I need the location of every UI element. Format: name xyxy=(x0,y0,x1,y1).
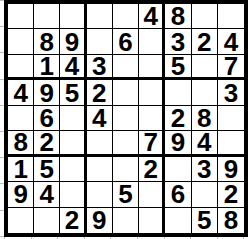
given-digit: 4 xyxy=(13,80,27,105)
given-digit: 8 xyxy=(171,4,185,29)
cell-r1c8[interactable] xyxy=(192,4,218,29)
gridline-stub xyxy=(110,237,111,239)
cell-r9c4: 9 xyxy=(87,208,113,233)
cell-r7c8: 3 xyxy=(192,157,218,182)
cell-r8c3[interactable] xyxy=(60,182,86,207)
given-digit: 4 xyxy=(143,4,157,29)
given-digit: 2 xyxy=(197,29,211,54)
cell-r8c4[interactable] xyxy=(87,182,113,207)
given-digit: 7 xyxy=(224,55,238,79)
gridline-stub xyxy=(0,79,4,80)
given-digit: 4 xyxy=(65,55,79,79)
gridline-stub xyxy=(31,237,32,239)
cell-r4c7[interactable] xyxy=(165,80,191,105)
given-digit: 6 xyxy=(171,182,185,207)
cell-r2c6[interactable] xyxy=(139,29,165,54)
gridline-stub xyxy=(0,210,4,211)
cell-r5c6[interactable] xyxy=(139,106,165,131)
cell-r3c2: 1 xyxy=(34,55,60,80)
cell-r3c1[interactable] xyxy=(8,55,34,80)
cell-r1c9[interactable] xyxy=(218,4,244,29)
cell-r1c4[interactable] xyxy=(87,4,113,29)
cell-r7c1: 1 xyxy=(8,157,34,182)
given-digit: 2 xyxy=(143,157,157,182)
given-digit: 3 xyxy=(197,157,211,182)
cell-r8c5: 5 xyxy=(113,182,139,207)
cell-r1c1[interactable] xyxy=(8,4,34,29)
cell-r2c2: 8 xyxy=(34,29,60,54)
given-digit: 3 xyxy=(171,29,185,54)
given-digit: 2 xyxy=(171,106,185,131)
cell-r4c5[interactable] xyxy=(113,80,139,105)
given-digit: 8 xyxy=(13,131,27,155)
cell-r7c4[interactable] xyxy=(87,157,113,182)
cell-r9c9: 8 xyxy=(218,208,244,233)
gridline-stub xyxy=(0,26,4,27)
given-digit: 1 xyxy=(40,55,54,79)
cell-r6c2: 2 xyxy=(34,131,60,156)
given-digit: 9 xyxy=(13,182,27,207)
cell-r5c1[interactable] xyxy=(8,106,34,131)
cell-r6c1: 8 xyxy=(8,131,34,156)
cell-r5c4: 4 xyxy=(87,106,113,131)
cell-r6c3[interactable] xyxy=(60,131,86,156)
gridline-stub xyxy=(0,52,4,53)
cell-r8c2: 4 xyxy=(34,182,60,207)
gridline-stub xyxy=(0,0,4,1)
given-digit: 6 xyxy=(40,106,54,131)
given-digit: 4 xyxy=(92,106,106,131)
cell-r8c7: 6 xyxy=(165,182,191,207)
given-digit: 5 xyxy=(65,80,79,105)
gridline-stub xyxy=(190,237,191,239)
cell-r4c6[interactable] xyxy=(139,80,165,105)
cell-r4c4: 2 xyxy=(87,80,113,105)
cell-r6c6: 7 xyxy=(139,131,165,156)
cell-r4c9: 3 xyxy=(218,80,244,105)
gridline-stub xyxy=(164,237,165,239)
cell-r6c7: 9 xyxy=(165,131,191,156)
cell-r4c2: 9 xyxy=(34,80,60,105)
gridline-stub xyxy=(0,131,4,132)
gridline-stub xyxy=(243,237,244,239)
cell-r3c3: 4 xyxy=(60,55,86,80)
cell-r9c7[interactable] xyxy=(165,208,191,233)
given-digit: 5 xyxy=(171,55,185,79)
cell-r1c7: 8 xyxy=(165,4,191,29)
sudoku-board: 4889632414357495236428827941523994562295… xyxy=(4,0,248,237)
cell-r2c7: 3 xyxy=(165,29,191,54)
given-digit: 2 xyxy=(92,80,106,105)
cell-r5c7: 2 xyxy=(165,106,191,131)
given-digit: 4 xyxy=(40,182,54,207)
cell-r7c6: 2 xyxy=(139,157,165,182)
gridline-stub xyxy=(0,157,4,158)
given-digit: 3 xyxy=(224,80,238,105)
given-digit: 8 xyxy=(40,29,54,54)
cell-r7c5[interactable] xyxy=(113,157,139,182)
given-digit: 2 xyxy=(65,208,79,233)
cell-r2c1[interactable] xyxy=(8,29,34,54)
cell-r2c8: 2 xyxy=(192,29,218,54)
given-digit: 5 xyxy=(197,208,211,233)
cell-r7c7[interactable] xyxy=(165,157,191,182)
cell-r3c7: 5 xyxy=(165,55,191,80)
cell-r1c2[interactable] xyxy=(34,4,60,29)
given-digit: 2 xyxy=(40,131,54,155)
given-digit: 8 xyxy=(224,208,238,233)
given-digit: 8 xyxy=(197,106,211,131)
given-digit: 3 xyxy=(92,55,106,79)
cell-r2c5: 6 xyxy=(113,29,139,54)
cell-r5c2: 6 xyxy=(34,106,60,131)
cell-r2c3: 9 xyxy=(60,29,86,54)
cell-r6c8: 4 xyxy=(192,131,218,156)
given-digit: 5 xyxy=(118,182,132,207)
cell-r8c6[interactable] xyxy=(139,182,165,207)
cell-r1c6: 4 xyxy=(139,4,165,29)
gridline-stub xyxy=(0,183,4,184)
given-digit: 9 xyxy=(92,208,106,233)
cell-r2c9: 4 xyxy=(218,29,244,54)
cell-r7c2: 5 xyxy=(34,157,60,182)
cell-r5c3[interactable] xyxy=(60,106,86,131)
given-digit: 9 xyxy=(40,80,54,105)
cell-r5c5[interactable] xyxy=(113,106,139,131)
cell-r4c8[interactable] xyxy=(192,80,218,105)
given-digit: 4 xyxy=(197,131,211,155)
cell-r9c2[interactable] xyxy=(34,208,60,233)
cell-r6c4[interactable] xyxy=(87,131,113,156)
given-digit: 9 xyxy=(171,131,185,155)
cell-r4c1: 4 xyxy=(8,80,34,105)
gridline-stub xyxy=(0,236,4,237)
given-digit: 2 xyxy=(224,182,238,207)
given-digit: 9 xyxy=(224,157,238,182)
cell-r8c9: 2 xyxy=(218,182,244,207)
cell-r5c8: 8 xyxy=(192,106,218,131)
cell-r9c8: 5 xyxy=(192,208,218,233)
cell-r4c3: 5 xyxy=(60,80,86,105)
cell-r6c9[interactable] xyxy=(218,131,244,156)
cell-r8c8[interactable] xyxy=(192,182,218,207)
cell-r3c6[interactable] xyxy=(139,55,165,80)
cell-r1c3[interactable] xyxy=(60,4,86,29)
cell-r9c6[interactable] xyxy=(139,208,165,233)
gridline-stub xyxy=(217,237,218,239)
cell-r1c5[interactable] xyxy=(113,4,139,29)
cell-r3c4: 3 xyxy=(87,55,113,80)
gridline-stub xyxy=(0,105,4,106)
given-digit: 9 xyxy=(65,29,79,54)
cell-r3c5[interactable] xyxy=(113,55,139,80)
given-digit: 1 xyxy=(13,157,27,182)
given-digit: 7 xyxy=(143,131,157,155)
cell-r3c9: 7 xyxy=(218,55,244,80)
cell-r9c1[interactable] xyxy=(8,208,34,233)
cell-r3c8[interactable] xyxy=(192,55,218,80)
gridline-stub xyxy=(57,237,58,239)
gridline-stub xyxy=(84,237,85,239)
cell-r5c9[interactable] xyxy=(218,106,244,131)
cell-r7c3[interactable] xyxy=(60,157,86,182)
given-digit: 4 xyxy=(224,29,238,54)
cell-r2c4[interactable] xyxy=(87,29,113,54)
gridline-stub xyxy=(4,237,5,239)
cell-r8c1: 9 xyxy=(8,182,34,207)
given-digit: 5 xyxy=(40,157,54,182)
gridline-stub xyxy=(137,237,138,239)
cell-r9c5[interactable] xyxy=(113,208,139,233)
cell-r7c9: 9 xyxy=(218,157,244,182)
cell-r9c3: 2 xyxy=(60,208,86,233)
given-digit: 6 xyxy=(118,29,132,54)
cell-r6c5[interactable] xyxy=(113,131,139,156)
